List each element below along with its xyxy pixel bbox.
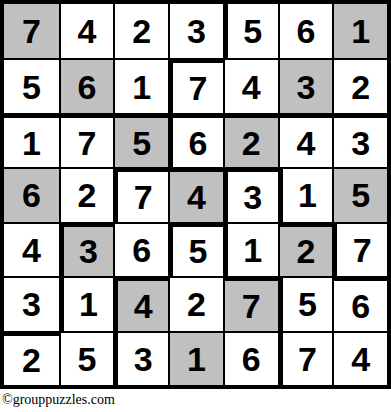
cell-r6c1[interactable]: 3	[4, 276, 59, 330]
cell-r7c1[interactable]: 2	[4, 331, 59, 385]
cell-r7c6[interactable]: 7	[278, 331, 333, 385]
cell-r4c1[interactable]: 6	[4, 167, 59, 221]
cell-r7c5[interactable]: 6	[223, 331, 278, 385]
cell-r6c5[interactable]: 7	[223, 276, 278, 330]
cell-r1c6[interactable]: 6	[278, 4, 333, 58]
cell-r1c7[interactable]: 1	[332, 4, 387, 58]
copyright-text: ©grouppuzzles.com	[2, 392, 115, 408]
cell-r2c5[interactable]: 4	[223, 58, 278, 112]
cell-r4c3[interactable]: 7	[113, 167, 168, 221]
cell-r5c6[interactable]: 2	[278, 222, 333, 276]
cell-r4c5[interactable]: 3	[223, 167, 278, 221]
cell-r5c4[interactable]: 5	[168, 222, 223, 276]
cell-r1c5[interactable]: 5	[223, 4, 278, 58]
cell-r4c7[interactable]: 5	[332, 167, 387, 221]
cell-r6c4[interactable]: 2	[168, 276, 223, 330]
cell-r6c2[interactable]: 1	[59, 276, 114, 330]
cell-r2c4[interactable]: 7	[168, 58, 223, 112]
cell-r2c7[interactable]: 2	[332, 58, 387, 112]
cell-r4c2[interactable]: 2	[59, 167, 114, 221]
cell-r1c3[interactable]: 2	[113, 4, 168, 58]
cell-r1c2[interactable]: 4	[59, 4, 114, 58]
cell-r4c6[interactable]: 1	[278, 167, 333, 221]
cell-r5c5[interactable]: 1	[223, 222, 278, 276]
cell-r5c2[interactable]: 3	[59, 222, 114, 276]
cell-r1c4[interactable]: 3	[168, 4, 223, 58]
cell-r4c4[interactable]: 4	[168, 167, 223, 221]
cell-r3c6[interactable]: 4	[278, 113, 333, 167]
cell-r6c3[interactable]: 4	[113, 276, 168, 330]
cell-r3c1[interactable]: 1	[4, 113, 59, 167]
cell-r7c3[interactable]: 3	[113, 331, 168, 385]
cell-r7c4[interactable]: 1	[168, 331, 223, 385]
cell-r2c6[interactable]: 3	[278, 58, 333, 112]
cell-r2c1[interactable]: 5	[4, 58, 59, 112]
cell-r5c1[interactable]: 4	[4, 222, 59, 276]
cell-r6c6[interactable]: 5	[278, 276, 333, 330]
cell-r3c2[interactable]: 7	[59, 113, 114, 167]
cell-r5c3[interactable]: 6	[113, 222, 168, 276]
cell-r2c2[interactable]: 6	[59, 58, 114, 112]
cell-r3c5[interactable]: 2	[223, 113, 278, 167]
cell-r3c3[interactable]: 5	[113, 113, 168, 167]
cell-r3c7[interactable]: 3	[332, 113, 387, 167]
cell-r7c2[interactable]: 5	[59, 331, 114, 385]
cell-r1c1[interactable]: 7	[4, 4, 59, 58]
cell-r5c7[interactable]: 7	[332, 222, 387, 276]
sudoku-grid: 7423561561743217562436274315436512731427…	[0, 0, 391, 389]
cell-r2c3[interactable]: 1	[113, 58, 168, 112]
puzzle-page: 7423561561743217562436274315436512731427…	[0, 0, 391, 412]
cell-r6c7[interactable]: 6	[332, 276, 387, 330]
cell-r3c4[interactable]: 6	[168, 113, 223, 167]
cell-r7c7[interactable]: 4	[332, 331, 387, 385]
